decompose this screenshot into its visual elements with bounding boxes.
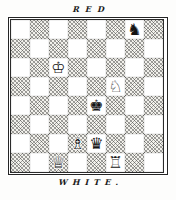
square-d3 xyxy=(68,115,87,134)
square-g3 xyxy=(125,115,144,134)
square-b8 xyxy=(30,20,49,39)
square-f7 xyxy=(106,39,125,58)
square-h8 xyxy=(144,20,163,39)
red-knight-g8: ♞ xyxy=(125,20,144,39)
square-d8 xyxy=(68,20,87,39)
square-e4: ♚ xyxy=(87,96,106,115)
square-a5 xyxy=(11,77,30,96)
square-f3 xyxy=(106,115,125,134)
square-h7 xyxy=(144,39,163,58)
square-c4 xyxy=(49,96,68,115)
square-g5 xyxy=(125,77,144,96)
square-a8 xyxy=(11,20,30,39)
square-a2 xyxy=(11,134,30,153)
diagram-page: RED ♞♔♘♚♗♛♕♖ WHITE. xyxy=(0,0,176,200)
square-c1: ♕ xyxy=(49,153,68,172)
square-d7 xyxy=(68,39,87,58)
square-h6 xyxy=(144,58,163,77)
square-b4 xyxy=(30,96,49,115)
square-b3 xyxy=(30,115,49,134)
square-a4 xyxy=(11,96,30,115)
square-b7 xyxy=(30,39,49,58)
square-a7 xyxy=(11,39,30,58)
square-b2 xyxy=(30,134,49,153)
square-e2: ♛ xyxy=(87,134,106,153)
square-d2: ♗ xyxy=(68,134,87,153)
square-g6 xyxy=(125,58,144,77)
square-a1 xyxy=(11,153,30,172)
square-g8: ♞ xyxy=(125,20,144,39)
white-rook-f1: ♖ xyxy=(106,153,125,172)
square-d4 xyxy=(68,96,87,115)
square-d1 xyxy=(68,153,87,172)
square-h5 xyxy=(144,77,163,96)
square-f4 xyxy=(106,96,125,115)
square-e1 xyxy=(87,153,106,172)
square-e7 xyxy=(87,39,106,58)
square-e8 xyxy=(87,20,106,39)
square-d6 xyxy=(68,58,87,77)
red-queen-e2: ♛ xyxy=(87,134,106,153)
square-h4 xyxy=(144,96,163,115)
square-f2 xyxy=(106,134,125,153)
red-king-e4: ♚ xyxy=(87,96,106,115)
square-g7 xyxy=(125,39,144,58)
square-b1 xyxy=(30,153,49,172)
square-g1 xyxy=(125,153,144,172)
square-c3 xyxy=(49,115,68,134)
square-g2 xyxy=(125,134,144,153)
square-h1 xyxy=(144,153,163,172)
square-h2 xyxy=(144,134,163,153)
square-c8 xyxy=(49,20,68,39)
square-f1: ♖ xyxy=(106,153,125,172)
square-d5 xyxy=(68,77,87,96)
square-e5 xyxy=(87,77,106,96)
board-frame: ♞♔♘♚♗♛♕♖ xyxy=(8,17,168,175)
square-c2 xyxy=(49,134,68,153)
square-f5: ♘ xyxy=(106,77,125,96)
square-h3 xyxy=(144,115,163,134)
square-c6: ♔ xyxy=(49,58,68,77)
square-g4 xyxy=(125,96,144,115)
white-bishop-d2: ♗ xyxy=(68,134,87,153)
square-c5 xyxy=(49,77,68,96)
white-knight-f5: ♘ xyxy=(106,77,125,96)
white-king-c6: ♔ xyxy=(49,58,68,77)
square-e3 xyxy=(87,115,106,134)
square-b5 xyxy=(30,77,49,96)
square-e6 xyxy=(87,58,106,77)
red-label: RED xyxy=(0,0,176,14)
chess-board: ♞♔♘♚♗♛♕♖ xyxy=(10,19,164,173)
white-queen-c1: ♕ xyxy=(49,153,68,172)
square-f8 xyxy=(106,20,125,39)
square-c7 xyxy=(49,39,68,58)
square-a3 xyxy=(11,115,30,134)
square-f6 xyxy=(106,58,125,77)
white-label: WHITE. xyxy=(0,177,176,187)
square-a6 xyxy=(11,58,30,77)
square-b6 xyxy=(30,58,49,77)
